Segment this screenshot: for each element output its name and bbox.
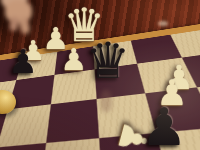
finger xyxy=(9,16,19,31)
black-pawn[interactable]: ♟ xyxy=(8,45,38,78)
chess-scene: ♛♟♟♟♛♟♟♟♟♟ xyxy=(0,0,200,150)
piece-reflection xyxy=(100,90,112,112)
white-pawn[interactable]: ♟ xyxy=(61,45,88,75)
square[interactable] xyxy=(46,99,99,143)
table-glint xyxy=(158,21,168,26)
player-hand xyxy=(0,0,56,44)
black-queen[interactable]: ♛ xyxy=(86,36,131,86)
black-pawn[interactable]: ♟ xyxy=(141,101,188,150)
